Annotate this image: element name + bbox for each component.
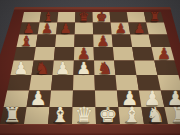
chess-board: ♝♛♚♜♟♟♟♟♟♝♟♟♟♞♞♟♟♟♟♟♟♟♜♝♛♚♝♞♜ xyxy=(0,0,180,135)
vignette-overlay xyxy=(0,0,180,135)
chess-app-window: ♝♛♚♜♟♟♟♟♟♝♟♟♟♞♞♟♟♟♟♟♟♟♜♝♛♚♝♞♜ 1b1qk2r/pp… xyxy=(0,0,180,135)
